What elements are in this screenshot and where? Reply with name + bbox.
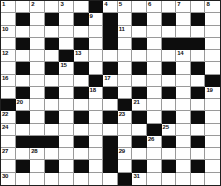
white-cell[interactable] [191,75,206,87]
white-cell[interactable] [162,99,177,111]
white-cell[interactable]: 10 [1,26,16,38]
white-cell[interactable] [205,50,220,62]
white-cell[interactable] [59,111,74,123]
black-cell [132,136,147,148]
white-cell[interactable] [147,111,162,123]
white-cell[interactable]: 1 [1,1,16,13]
white-cell[interactable] [59,148,74,160]
white-cell[interactable] [191,50,206,62]
white-cell[interactable]: 15 [59,62,74,74]
white-cell[interactable] [89,148,104,160]
white-cell[interactable] [118,62,133,74]
black-cell [191,87,206,99]
black-cell [16,13,31,25]
white-cell[interactable] [176,124,191,136]
white-cell[interactable] [30,50,45,62]
white-cell[interactable] [132,1,147,13]
black-cell [132,13,147,25]
white-cell[interactable] [59,87,74,99]
white-cell[interactable]: 28 [30,148,45,160]
clue-number: 13 [75,50,81,57]
white-cell[interactable] [147,13,162,25]
white-cell[interactable] [147,160,162,172]
white-cell[interactable] [89,111,104,123]
white-cell[interactable] [118,75,133,87]
white-cell[interactable] [176,160,191,172]
white-cell[interactable] [59,136,74,148]
black-cell [103,136,118,148]
white-cell[interactable] [162,75,177,87]
white-cell[interactable] [30,173,45,185]
white-cell[interactable] [74,75,89,87]
white-cell[interactable] [45,26,60,38]
white-cell[interactable] [89,160,104,172]
white-cell[interactable] [45,75,60,87]
white-cell[interactable] [74,148,89,160]
white-cell[interactable] [162,26,177,38]
white-cell[interactable] [59,75,74,87]
white-cell[interactable] [147,148,162,160]
white-cell[interactable] [1,87,16,99]
black-cell [162,87,177,99]
white-cell[interactable] [132,50,147,62]
black-cell [162,111,177,123]
black-cell [103,111,118,123]
black-cell [176,38,191,50]
black-cell [103,160,118,172]
clue-number: 12 [2,50,8,57]
clue-number: 15 [60,62,66,69]
black-cell [191,111,206,123]
white-cell[interactable] [30,13,45,25]
white-cell[interactable]: 23 [118,111,133,123]
white-cell[interactable]: 27 [1,148,16,160]
white-cell[interactable] [162,1,177,13]
white-cell[interactable] [205,99,220,111]
white-cell[interactable] [103,50,118,62]
white-cell[interactable] [89,136,104,148]
clue-number: 7 [177,1,180,8]
white-cell[interactable] [59,173,74,185]
black-cell [191,160,206,172]
white-cell[interactable] [118,38,133,50]
black-cell [45,160,60,172]
clue-number: 6 [148,1,151,8]
white-cell[interactable] [45,50,60,62]
black-cell [45,38,60,50]
clue-number: 27 [2,148,8,155]
white-cell[interactable] [74,99,89,111]
black-cell [74,13,89,25]
black-cell [74,111,89,123]
black-cell [74,136,89,148]
clue-number: 25 [163,124,169,131]
black-cell [1,99,16,111]
white-cell[interactable]: 31 [132,173,147,185]
white-cell[interactable] [59,99,74,111]
white-cell[interactable] [45,173,60,185]
black-cell [45,136,60,148]
white-cell[interactable] [16,50,31,62]
white-cell[interactable] [132,124,147,136]
white-cell[interactable] [1,160,16,172]
black-cell [132,111,147,123]
white-cell[interactable] [45,148,60,160]
white-cell[interactable] [176,87,191,99]
white-cell[interactable] [205,148,220,160]
white-cell[interactable] [191,1,206,13]
black-cell [147,124,162,136]
clue-number: 30 [2,173,8,180]
white-cell[interactable] [205,160,220,172]
white-cell[interactable] [1,62,16,74]
black-cell [103,26,118,38]
black-cell [74,87,89,99]
white-cell[interactable]: 24 [1,124,16,136]
white-cell[interactable] [30,87,45,99]
black-cell [191,38,206,50]
white-cell[interactable] [59,13,74,25]
white-cell[interactable] [45,1,60,13]
white-cell[interactable] [132,26,147,38]
black-cell [132,38,147,50]
white-cell[interactable] [16,148,31,160]
white-cell[interactable] [147,173,162,185]
clue-number: 11 [119,26,125,33]
white-cell[interactable] [59,160,74,172]
black-cell [59,50,74,62]
white-cell[interactable] [74,26,89,38]
clue-number: 1 [2,1,5,8]
black-cell [74,160,89,172]
clue-number: 19 [206,87,212,94]
white-cell[interactable] [89,99,104,111]
clue-number: 2 [31,1,34,8]
black-cell [103,13,118,25]
white-cell[interactable] [176,99,191,111]
black-cell [132,160,147,172]
white-cell[interactable]: 4 [103,1,118,13]
black-cell [162,38,177,50]
white-cell[interactable] [16,173,31,185]
white-cell[interactable]: 19 [205,87,220,99]
black-cell [162,136,177,148]
clue-number: 21 [133,99,139,106]
black-cell [30,136,45,148]
black-cell [103,148,118,160]
black-cell [103,62,118,74]
black-cell [132,87,147,99]
white-cell[interactable] [132,75,147,87]
white-cell[interactable]: 14 [176,50,191,62]
white-cell[interactable] [162,173,177,185]
white-cell[interactable] [30,75,45,87]
crossword-grid: 1234567891011121314151617181920212223242… [0,0,221,186]
white-cell[interactable]: 3 [59,1,74,13]
white-cell[interactable]: 8 [205,1,220,13]
clue-number: 10 [2,26,8,33]
black-cell [16,136,31,148]
white-cell[interactable] [147,38,162,50]
clue-number: 18 [90,87,96,94]
white-cell[interactable]: 16 [1,75,16,87]
white-cell[interactable] [162,50,177,62]
black-cell [89,75,104,87]
white-cell[interactable] [162,148,177,160]
white-cell[interactable] [89,124,104,136]
white-cell[interactable] [147,26,162,38]
black-cell [45,13,60,25]
white-cell[interactable]: 9 [89,13,104,25]
black-cell [74,38,89,50]
white-cell[interactable]: 30 [1,173,16,185]
white-cell[interactable] [176,111,191,123]
clue-number: 20 [17,99,23,106]
black-cell [162,160,177,172]
black-cell [16,38,31,50]
white-cell[interactable] [147,62,162,74]
white-cell[interactable] [89,38,104,50]
black-cell [16,62,31,74]
white-cell[interactable] [74,124,89,136]
white-cell[interactable] [132,148,147,160]
white-cell[interactable] [205,38,220,50]
white-cell[interactable] [147,75,162,87]
white-cell[interactable]: 7 [176,1,191,13]
black-cell [191,136,206,148]
white-cell[interactable] [191,124,206,136]
black-cell [132,62,147,74]
black-cell [191,13,206,25]
white-cell[interactable] [89,50,104,62]
white-cell[interactable]: 21 [132,99,147,111]
white-cell[interactable] [176,173,191,185]
white-cell[interactable] [118,124,133,136]
white-cell[interactable] [103,173,118,185]
white-cell[interactable] [118,50,133,62]
black-cell [89,1,104,13]
white-cell[interactable] [30,26,45,38]
clue-number: 4 [104,1,107,8]
white-cell[interactable] [147,99,162,111]
black-cell [162,62,177,74]
white-cell[interactable] [176,148,191,160]
clue-number: 16 [2,75,8,82]
clue-number: 26 [148,136,154,143]
white-cell[interactable] [118,160,133,172]
white-cell[interactable] [59,26,74,38]
white-cell[interactable]: 5 [118,1,133,13]
white-cell[interactable] [176,62,191,74]
white-cell[interactable] [16,1,31,13]
white-cell[interactable]: 20 [16,99,31,111]
white-cell[interactable]: 29 [118,148,133,160]
black-cell [191,62,206,74]
clue-number: 14 [177,50,183,57]
white-cell[interactable] [205,62,220,74]
white-cell[interactable] [74,1,89,13]
white-cell[interactable] [147,87,162,99]
white-cell[interactable]: 12 [1,50,16,62]
white-cell[interactable] [103,124,118,136]
black-cell [16,87,31,99]
white-cell[interactable] [176,26,191,38]
black-cell [103,87,118,99]
white-cell[interactable] [30,38,45,50]
white-cell[interactable] [191,99,206,111]
white-cell[interactable]: 11 [118,26,133,38]
clue-number: 9 [90,13,93,20]
white-cell[interactable] [147,50,162,62]
white-cell[interactable] [205,173,220,185]
white-cell[interactable] [30,99,45,111]
clue-number: 3 [60,1,63,8]
clue-number: 23 [119,111,125,118]
white-cell[interactable] [205,13,220,25]
black-cell [162,13,177,25]
white-cell[interactable]: 25 [162,124,177,136]
white-cell[interactable] [191,148,206,160]
white-cell[interactable]: 2 [30,1,45,13]
white-cell[interactable]: 6 [147,1,162,13]
white-cell[interactable] [191,173,206,185]
white-cell[interactable] [89,26,104,38]
white-cell[interactable] [30,62,45,74]
white-cell[interactable] [74,173,89,185]
white-cell[interactable] [118,136,133,148]
white-cell[interactable] [1,13,16,25]
black-cell [118,173,133,185]
white-cell[interactable]: 26 [147,136,162,148]
white-cell[interactable] [89,173,104,185]
white-cell[interactable] [30,124,45,136]
clue-number: 24 [2,124,8,131]
clue-number: 28 [31,148,37,155]
black-cell [16,160,31,172]
black-cell [45,62,60,74]
white-cell[interactable] [59,124,74,136]
white-cell[interactable] [16,75,31,87]
black-cell [118,99,133,111]
clue-number: 8 [206,1,209,8]
white-cell[interactable] [176,13,191,25]
white-cell[interactable] [16,124,31,136]
white-cell[interactable] [103,99,118,111]
white-cell[interactable] [205,136,220,148]
white-cell[interactable] [118,13,133,25]
white-cell[interactable] [191,26,206,38]
white-cell[interactable] [176,75,191,87]
white-cell[interactable] [118,87,133,99]
white-cell[interactable] [1,136,16,148]
white-cell[interactable] [176,136,191,148]
white-cell[interactable] [205,124,220,136]
white-cell[interactable] [59,38,74,50]
white-cell[interactable] [45,99,60,111]
white-cell[interactable]: 17 [103,75,118,87]
white-cell[interactable]: 13 [74,50,89,62]
clue-number: 22 [2,111,8,118]
black-cell [205,75,220,87]
clue-number: 5 [119,1,122,8]
white-cell[interactable] [16,26,31,38]
black-cell [103,38,118,50]
white-cell[interactable] [205,111,220,123]
black-cell [74,62,89,74]
white-cell[interactable] [89,62,104,74]
clue-number: 31 [133,173,139,180]
black-cell [45,111,60,123]
black-cell [45,87,60,99]
white-cell[interactable] [30,160,45,172]
white-cell[interactable] [205,26,220,38]
white-cell[interactable]: 22 [1,111,16,123]
clue-number: 29 [119,148,125,155]
white-cell[interactable] [30,111,45,123]
white-cell[interactable] [45,124,60,136]
black-cell [16,111,31,123]
white-cell[interactable]: 18 [89,87,104,99]
white-cell[interactable] [1,38,16,50]
clue-number: 17 [104,75,110,82]
